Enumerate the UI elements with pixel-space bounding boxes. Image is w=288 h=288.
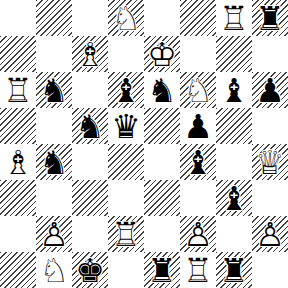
piece-white-knight-icon: ♞♘ (36, 252, 72, 288)
piece-black-knight-icon: ♞♞ (72, 108, 108, 144)
square-c6[interactable] (72, 72, 108, 108)
square-a3[interactable] (0, 180, 36, 216)
square-h3[interactable] (252, 180, 288, 216)
square-e2[interactable] (144, 216, 180, 252)
square-a5[interactable] (0, 108, 36, 144)
piece-glyph: ♞ (36, 72, 72, 108)
piece-glyph: ♖ (108, 216, 144, 252)
square-d3[interactable] (108, 180, 144, 216)
square-f7[interactable] (180, 36, 216, 72)
square-g1[interactable]: ♜♜ (216, 252, 252, 288)
piece-white-queen-icon: ♛♕ (252, 144, 288, 180)
square-g6[interactable]: ♝♝ (216, 72, 252, 108)
piece-white-pawn-icon: ♟♙ (252, 216, 288, 252)
piece-glyph: ♝ (180, 144, 216, 180)
square-b2[interactable]: ♟♙ (36, 216, 72, 252)
square-a4[interactable]: ♝♗ (0, 144, 36, 180)
piece-fill: ♝ (108, 72, 144, 108)
square-a1[interactable] (0, 252, 36, 288)
piece-black-king-icon: ♚♚ (72, 252, 108, 288)
square-c5[interactable]: ♞♞ (72, 108, 108, 144)
piece-white-rook-icon: ♜♖ (180, 252, 216, 288)
square-b5[interactable] (36, 108, 72, 144)
piece-white-knight-icon: ♞♘ (108, 0, 144, 36)
square-g2[interactable] (216, 216, 252, 252)
square-b8[interactable] (36, 0, 72, 36)
square-e1[interactable]: ♜♜ (144, 252, 180, 288)
piece-glyph: ♖ (180, 252, 216, 288)
piece-glyph: ♗ (72, 36, 108, 72)
square-h5[interactable] (252, 108, 288, 144)
piece-fill: ♜ (0, 72, 36, 108)
square-f5[interactable]: ♟♟ (180, 108, 216, 144)
piece-fill: ♜ (144, 252, 180, 288)
piece-white-pawn-icon: ♟♙ (180, 216, 216, 252)
piece-fill: ♜ (216, 252, 252, 288)
piece-black-queen-icon: ♛♛ (108, 108, 144, 144)
square-c8[interactable] (72, 0, 108, 36)
piece-black-rook-icon: ♜♜ (252, 0, 288, 36)
square-f1[interactable]: ♜♖ (180, 252, 216, 288)
piece-glyph: ♚ (72, 252, 108, 288)
piece-glyph: ♞ (72, 108, 108, 144)
piece-white-knight-icon: ♞♘ (180, 72, 216, 108)
piece-fill: ♟ (180, 216, 216, 252)
piece-white-king-icon: ♚♔ (144, 36, 180, 72)
piece-glyph: ♙ (36, 216, 72, 252)
square-h6[interactable]: ♟♟ (252, 72, 288, 108)
piece-fill: ♜ (108, 216, 144, 252)
piece-white-bishop-icon: ♝♗ (72, 36, 108, 72)
square-g3[interactable]: ♝♝ (216, 180, 252, 216)
square-h7[interactable] (252, 36, 288, 72)
square-h8[interactable]: ♜♜ (252, 0, 288, 36)
piece-glyph: ♖ (216, 0, 252, 36)
square-a6[interactable]: ♜♖ (0, 72, 36, 108)
piece-glyph: ♟ (180, 108, 216, 144)
piece-black-pawn-icon: ♟♟ (180, 108, 216, 144)
piece-fill: ♝ (216, 180, 252, 216)
piece-fill: ♞ (180, 72, 216, 108)
piece-black-knight-icon: ♞♞ (144, 72, 180, 108)
square-c2[interactable] (72, 216, 108, 252)
square-d2[interactable]: ♜♖ (108, 216, 144, 252)
piece-fill: ♛ (252, 144, 288, 180)
square-f3[interactable] (180, 180, 216, 216)
square-d5[interactable]: ♛♛ (108, 108, 144, 144)
piece-white-rook-icon: ♜♖ (0, 72, 36, 108)
piece-glyph: ♛ (108, 108, 144, 144)
chess-diagram: ♞♘♜♖♜♜♝♗♚♔♜♖♞♞♝♝♞♞♞♘♝♝♟♟♞♞♛♛♟♟♝♗♞♞♝♝♛♕♝♝… (0, 0, 288, 288)
piece-fill: ♞ (36, 144, 72, 180)
piece-fill: ♟ (252, 72, 288, 108)
piece-fill: ♜ (252, 0, 288, 36)
piece-glyph: ♟ (252, 72, 288, 108)
piece-glyph: ♙ (252, 216, 288, 252)
piece-fill: ♝ (216, 72, 252, 108)
piece-fill: ♝ (180, 144, 216, 180)
piece-fill: ♜ (216, 0, 252, 36)
piece-fill: ♟ (36, 216, 72, 252)
piece-black-rook-icon: ♜♜ (144, 252, 180, 288)
square-d7[interactable] (108, 36, 144, 72)
square-g7[interactable] (216, 36, 252, 72)
piece-glyph: ♕ (252, 144, 288, 180)
piece-white-bishop-icon: ♝♗ (0, 144, 36, 180)
square-h4[interactable]: ♛♕ (252, 144, 288, 180)
piece-fill: ♚ (72, 252, 108, 288)
square-e4[interactable] (144, 144, 180, 180)
square-b7[interactable] (36, 36, 72, 72)
piece-glyph: ♝ (108, 72, 144, 108)
square-d8[interactable]: ♞♘ (108, 0, 144, 36)
piece-white-rook-icon: ♜♖ (108, 216, 144, 252)
piece-glyph: ♘ (36, 252, 72, 288)
square-d4[interactable] (108, 144, 144, 180)
square-f6[interactable]: ♞♘ (180, 72, 216, 108)
piece-white-pawn-icon: ♟♙ (36, 216, 72, 252)
square-c3[interactable] (72, 180, 108, 216)
piece-glyph: ♞ (36, 144, 72, 180)
square-g4[interactable] (216, 144, 252, 180)
piece-glyph: ♜ (252, 0, 288, 36)
square-h1[interactable] (252, 252, 288, 288)
piece-glyph: ♗ (0, 144, 36, 180)
piece-fill: ♛ (108, 108, 144, 144)
square-c1[interactable]: ♚♚ (72, 252, 108, 288)
piece-fill: ♞ (72, 108, 108, 144)
piece-glyph: ♜ (144, 252, 180, 288)
square-g5[interactable] (216, 108, 252, 144)
square-e3[interactable] (144, 180, 180, 216)
square-b4[interactable]: ♞♞ (36, 144, 72, 180)
square-e8[interactable] (144, 0, 180, 36)
piece-black-knight-icon: ♞♞ (36, 144, 72, 180)
square-d1[interactable] (108, 252, 144, 288)
square-e6[interactable]: ♞♞ (144, 72, 180, 108)
piece-fill: ♞ (36, 72, 72, 108)
piece-black-bishop-icon: ♝♝ (216, 72, 252, 108)
piece-fill: ♚ (144, 36, 180, 72)
piece-glyph: ♖ (0, 72, 36, 108)
piece-fill: ♞ (144, 72, 180, 108)
piece-glyph: ♘ (108, 0, 144, 36)
piece-fill: ♜ (180, 252, 216, 288)
square-e5[interactable] (144, 108, 180, 144)
piece-fill: ♟ (252, 216, 288, 252)
piece-black-knight-icon: ♞♞ (36, 72, 72, 108)
square-a8[interactable] (0, 0, 36, 36)
piece-fill: ♝ (0, 144, 36, 180)
piece-glyph: ♝ (216, 180, 252, 216)
square-b1[interactable]: ♞♘ (36, 252, 72, 288)
square-a7[interactable] (0, 36, 36, 72)
piece-fill: ♝ (72, 36, 108, 72)
square-b6[interactable]: ♞♞ (36, 72, 72, 108)
piece-fill: ♟ (180, 108, 216, 144)
square-e7[interactable]: ♚♔ (144, 36, 180, 72)
square-b3[interactable] (36, 180, 72, 216)
piece-fill: ♞ (108, 0, 144, 36)
square-c7[interactable]: ♝♗ (72, 36, 108, 72)
piece-glyph: ♔ (144, 36, 180, 72)
square-d6[interactable]: ♝♝ (108, 72, 144, 108)
piece-white-rook-icon: ♜♖ (216, 0, 252, 36)
piece-glyph: ♞ (144, 72, 180, 108)
piece-black-rook-icon: ♜♜ (216, 252, 252, 288)
piece-glyph: ♜ (216, 252, 252, 288)
piece-black-bishop-icon: ♝♝ (180, 144, 216, 180)
square-g8[interactable]: ♜♖ (216, 0, 252, 36)
square-c4[interactable] (72, 144, 108, 180)
piece-black-bishop-icon: ♝♝ (108, 72, 144, 108)
piece-glyph: ♝ (216, 72, 252, 108)
piece-black-bishop-icon: ♝♝ (216, 180, 252, 216)
piece-glyph: ♙ (180, 216, 216, 252)
piece-fill: ♞ (36, 252, 72, 288)
square-f8[interactable] (180, 0, 216, 36)
square-h2[interactable]: ♟♙ (252, 216, 288, 252)
square-f2[interactable]: ♟♙ (180, 216, 216, 252)
chess-board: ♞♘♜♖♜♜♝♗♚♔♜♖♞♞♝♝♞♞♞♘♝♝♟♟♞♞♛♛♟♟♝♗♞♞♝♝♛♕♝♝… (0, 0, 288, 288)
piece-glyph: ♘ (180, 72, 216, 108)
square-f4[interactable]: ♝♝ (180, 144, 216, 180)
square-a2[interactable] (0, 216, 36, 252)
piece-black-pawn-icon: ♟♟ (252, 72, 288, 108)
